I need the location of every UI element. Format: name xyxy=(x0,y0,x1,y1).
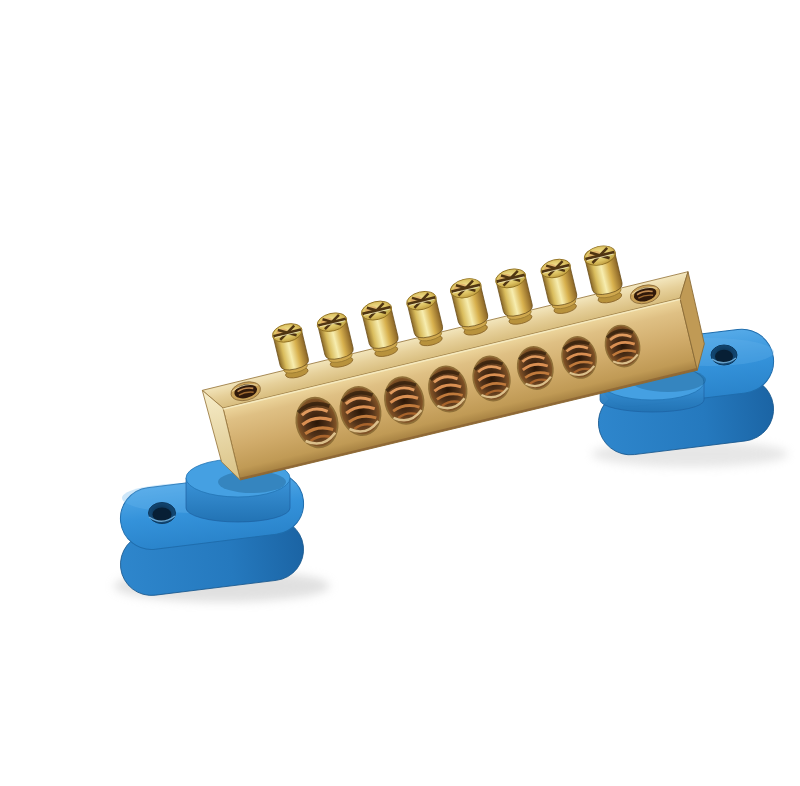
busbar-product-illustration xyxy=(40,16,800,786)
left-insulator-foot xyxy=(117,459,307,599)
product-photo-stage xyxy=(40,16,800,786)
left-foot-mounting-hole xyxy=(149,503,176,524)
right-foot-mounting-hole xyxy=(711,345,737,365)
terminal-screw-1 xyxy=(271,321,313,381)
